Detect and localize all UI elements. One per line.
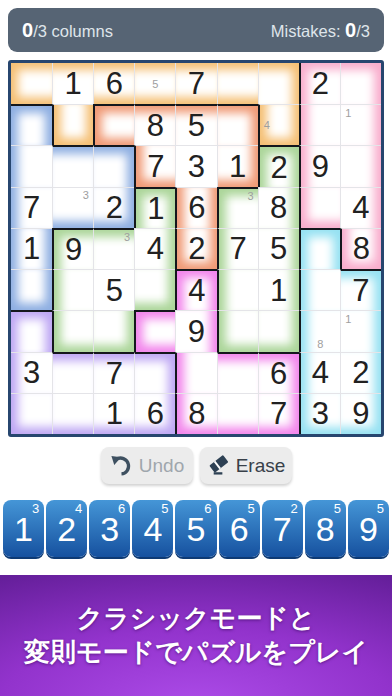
sudoku-cell-r9c8[interactable]: 3 <box>299 393 340 434</box>
sudoku-cell-r1c9[interactable] <box>340 63 381 104</box>
sudoku-cell-r4c7[interactable]: 8 <box>258 187 299 228</box>
cell-value: 5 <box>106 275 123 306</box>
sudoku-cell-r2c9[interactable]: 1 <box>340 104 381 145</box>
pencil-marks: 3 <box>95 231 133 268</box>
sudoku-cell-r3c3[interactable] <box>93 145 134 186</box>
cell-value: 1 <box>23 233 40 264</box>
cell-value: 1 <box>65 68 82 99</box>
sudoku-cell-r6c2[interactable] <box>52 269 93 310</box>
cell-value: 8 <box>147 110 164 141</box>
cell-value: 7 <box>352 275 369 306</box>
cell-value: 9 <box>312 151 329 182</box>
cell-value: 7 <box>229 233 246 264</box>
sudoku-cell-r7c4[interactable] <box>134 310 175 351</box>
sudoku-cell-r4c5[interactable]: 6 <box>175 187 216 228</box>
sudoku-cell-r3c7[interactable]: 2 <box>258 145 299 186</box>
sudoku-cell-r3c8[interactable]: 9 <box>299 145 340 186</box>
undo-icon <box>109 453 134 478</box>
sudoku-cell-r8c3[interactable]: 7 <box>93 352 134 393</box>
number-digit: 4 <box>143 512 162 546</box>
pencil-marks: 3 <box>220 190 257 227</box>
sudoku-cell-r1c3[interactable]: 6 <box>93 63 134 104</box>
number-digit: 9 <box>359 512 378 546</box>
cell-value: 7 <box>23 192 40 223</box>
cell-value: 7 <box>147 151 164 182</box>
sudoku-cell-r6c4[interactable] <box>134 269 175 310</box>
undo-label: Undo <box>139 455 184 477</box>
banner-line1: クラシックモードと <box>77 602 316 636</box>
pencil-marks: 8 <box>302 312 339 350</box>
sudoku-cell-r2c6[interactable] <box>217 104 258 145</box>
sudoku-cell-r6c6[interactable] <box>217 269 258 310</box>
sudoku-cell-r9c4[interactable]: 6 <box>134 393 175 434</box>
sudoku-cell-r5c4[interactable]: 4 <box>134 228 175 269</box>
number-button-6[interactable]: 65 <box>219 500 260 557</box>
sudoku-cell-r3c1[interactable] <box>11 145 52 186</box>
sudoku-cell-r7c2[interactable] <box>52 310 93 351</box>
sudoku-cell-r4c8[interactable] <box>299 187 340 228</box>
sudoku-cell-r4c1[interactable]: 7 <box>11 187 52 228</box>
number-pad: 132436455665728595 <box>3 500 389 557</box>
cell-value: 8 <box>353 233 370 264</box>
sudoku-cell-r4c3[interactable]: 2 <box>93 187 134 228</box>
sudoku-cell-r2c8[interactable] <box>299 104 340 145</box>
pencil-marks: 4 <box>261 106 298 144</box>
number-digit: 2 <box>57 512 76 546</box>
sudoku-cell-r9c9[interactable]: 9 <box>340 393 381 434</box>
cell-value: 7 <box>188 68 205 99</box>
mistakes-value: 0 <box>345 19 356 41</box>
remaining-count: 5 <box>161 502 168 515</box>
number-button-2[interactable]: 24 <box>46 500 87 557</box>
number-button-9[interactable]: 95 <box>348 500 389 557</box>
pencil-marks: 3 <box>54 189 92 227</box>
cell-value: 3 <box>312 398 329 429</box>
sudoku-board: 1657285417312973216384193427585417981376… <box>8 60 384 437</box>
sudoku-cell-r9c2[interactable] <box>52 393 93 434</box>
cell-value: 6 <box>147 398 164 429</box>
sudoku-cell-r2c3[interactable] <box>93 104 134 145</box>
remaining-count: 2 <box>291 502 298 515</box>
sudoku-cell-r1c6[interactable] <box>217 63 258 104</box>
sudoku-cell-r9c5[interactable]: 8 <box>175 393 216 434</box>
sudoku-cell-r6c5[interactable]: 4 <box>175 269 216 310</box>
sudoku-cell-r1c5[interactable]: 7 <box>175 63 216 104</box>
sudoku-cell-r4c2[interactable]: 3 <box>52 187 93 228</box>
number-button-5[interactable]: 56 <box>175 500 216 557</box>
cell-value: 9 <box>352 398 369 429</box>
cell-value: 8 <box>188 398 205 429</box>
sudoku-cell-r5c3[interactable]: 3 <box>93 228 134 269</box>
number-digit: 1 <box>14 512 33 546</box>
number-button-4[interactable]: 45 <box>132 500 173 557</box>
sudoku-cell-r9c3[interactable]: 1 <box>93 393 134 434</box>
remaining-count: 3 <box>32 502 39 515</box>
sudoku-cell-r5c2[interactable]: 9 <box>52 228 93 269</box>
sudoku-cell-r8c5[interactable] <box>175 352 216 393</box>
sudoku-cell-r4c9[interactable]: 4 <box>340 187 381 228</box>
sudoku-cell-r3c9[interactable] <box>340 145 381 186</box>
sudoku-cell-r8c2[interactable] <box>52 352 93 393</box>
cell-value: 1 <box>229 151 246 182</box>
pencil-marks: 1 <box>342 106 380 144</box>
sudoku-cell-r4c6[interactable]: 3 <box>217 187 258 228</box>
sudoku-cell-r5c7[interactable]: 5 <box>258 228 299 269</box>
sudoku-cell-r7c3[interactable] <box>93 310 134 351</box>
sudoku-cell-r3c6[interactable]: 1 <box>217 145 258 186</box>
pencil-marks: 1 <box>342 312 380 350</box>
remaining-count: 5 <box>334 502 341 515</box>
sudoku-cell-r6c8[interactable] <box>299 269 340 310</box>
cell-value: 6 <box>106 68 123 99</box>
sudoku-cell-r1c4[interactable]: 5 <box>134 63 175 104</box>
cell-value: 3 <box>188 151 205 182</box>
sudoku-cell-r6c9[interactable]: 7 <box>340 269 381 310</box>
cell-value: 8 <box>270 192 287 223</box>
cell-value: 4 <box>147 233 164 264</box>
number-button-1[interactable]: 13 <box>3 500 44 557</box>
app-window: 0/3 columns Mistakes: 0/3 16572854173129… <box>0 0 392 696</box>
mistakes-label: Mistakes: <box>271 22 345 40</box>
sudoku-cell-r5c6[interactable]: 7 <box>217 228 258 269</box>
columns-progress-value: 0 <box>22 19 33 41</box>
sudoku-cell-r6c1[interactable] <box>11 269 52 310</box>
cell-value: 4 <box>312 357 329 388</box>
sudoku-cell-r6c3[interactable]: 5 <box>93 269 134 310</box>
number-button-7[interactable]: 72 <box>262 500 303 557</box>
cell-value: 5 <box>188 110 205 141</box>
toolbar: Undo Erase <box>0 447 392 484</box>
cell-value: 2 <box>271 152 288 183</box>
sudoku-cell-r5c1[interactable]: 1 <box>11 228 52 269</box>
sudoku-cell-r1c8[interactable]: 2 <box>299 63 340 104</box>
cell-value: 3 <box>23 357 40 388</box>
sudoku-cell-r7c6[interactable] <box>217 310 258 351</box>
columns-progress-total: /3 columns <box>33 22 113 40</box>
sudoku-cell-r8c4[interactable] <box>134 352 175 393</box>
remaining-count: 6 <box>204 502 211 515</box>
cell-value: 5 <box>270 233 287 264</box>
remaining-count: 5 <box>377 502 384 515</box>
sudoku-cell-r8c9[interactable]: 2 <box>340 352 381 393</box>
number-digit: 8 <box>316 512 335 546</box>
sudoku-cell-r7c9[interactable]: 1 <box>340 310 381 351</box>
sudoku-cell-r2c7[interactable]: 4 <box>258 104 299 145</box>
sudoku-cell-r8c8[interactable]: 4 <box>299 352 340 393</box>
cell-value: 2 <box>312 68 329 99</box>
sudoku-cell-r3c5[interactable]: 3 <box>175 145 216 186</box>
columns-progress: 0/3 columns <box>22 19 113 42</box>
sudoku-cell-r2c2[interactable] <box>52 104 93 145</box>
sudoku-cell-r7c8[interactable]: 8 <box>299 310 340 351</box>
sudoku-cell-r9c1[interactable] <box>11 393 52 434</box>
undo-button[interactable]: Undo <box>101 447 193 484</box>
sudoku-cell-r8c7[interactable]: 6 <box>258 352 299 393</box>
cell-value: 2 <box>188 233 205 264</box>
mistakes-total: /3 <box>356 22 370 40</box>
sudoku-cell-r8c6[interactable] <box>217 352 258 393</box>
pencil-marks: 5 <box>136 64 174 103</box>
number-button-3[interactable]: 36 <box>89 500 130 557</box>
cell-value: 9 <box>65 234 82 265</box>
banner-line2: 変則モードでパズルをプレイ <box>24 636 368 670</box>
sudoku-cell-r9c7[interactable]: 7 <box>258 393 299 434</box>
cell-value: 7 <box>270 398 287 429</box>
sudoku-cell-r2c4[interactable]: 8 <box>134 104 175 145</box>
cell-value: 2 <box>352 357 369 388</box>
remaining-count: 4 <box>75 502 82 515</box>
remaining-count: 6 <box>118 502 125 515</box>
cell-value: 6 <box>188 192 205 223</box>
sudoku-cell-r5c5[interactable]: 2 <box>175 228 216 269</box>
sudoku-cell-r5c9[interactable]: 8 <box>340 228 381 269</box>
cell-value: 1 <box>147 193 164 224</box>
cell-value: 1 <box>270 275 287 306</box>
cell-value: 2 <box>106 192 123 223</box>
sudoku-cell-r1c1[interactable] <box>11 63 52 104</box>
sudoku-cell-r7c5[interactable]: 9 <box>175 310 216 351</box>
cell-value: 9 <box>188 316 205 347</box>
sudoku-cell-r1c2[interactable]: 1 <box>52 63 93 104</box>
sudoku-cell-r8c1[interactable]: 3 <box>11 352 52 393</box>
sudoku-cell-r7c7[interactable] <box>258 310 299 351</box>
cell-value: 4 <box>352 192 369 223</box>
cell-value: 6 <box>270 358 287 389</box>
mistakes-counter: Mistakes: 0/3 <box>271 19 370 42</box>
number-digit: 6 <box>230 512 249 546</box>
cell-value: 1 <box>106 398 123 429</box>
cell-value: 7 <box>106 358 123 389</box>
sudoku-cell-r7c1[interactable] <box>11 310 52 351</box>
erase-label: Erase <box>236 455 286 477</box>
sudoku-cell-r2c5[interactable]: 5 <box>175 104 216 145</box>
remaining-count: 5 <box>247 502 254 515</box>
sudoku-cell-r5c8[interactable] <box>299 228 340 269</box>
sudoku-cell-r9c6[interactable] <box>217 393 258 434</box>
number-digit: 3 <box>100 512 119 546</box>
sudoku-cell-r4c4[interactable]: 1 <box>134 187 175 228</box>
sudoku-cell-r3c2[interactable] <box>52 145 93 186</box>
number-button-8[interactable]: 85 <box>305 500 346 557</box>
sudoku-cell-r1c7[interactable] <box>258 63 299 104</box>
number-digit: 5 <box>187 512 206 546</box>
cell-value: 4 <box>188 275 205 306</box>
sudoku-cell-r2c1[interactable] <box>11 104 52 145</box>
promo-banner[interactable]: クラシックモードと 変則モードでパズルをプレイ <box>0 575 392 696</box>
sudoku-cell-r6c7[interactable]: 1 <box>258 269 299 310</box>
number-digit: 7 <box>273 512 292 546</box>
status-bar: 0/3 columns Mistakes: 0/3 <box>8 8 384 52</box>
sudoku-cell-r3c4[interactable]: 7 <box>134 145 175 186</box>
eraser-icon <box>206 453 231 478</box>
erase-button[interactable]: Erase <box>200 447 292 484</box>
